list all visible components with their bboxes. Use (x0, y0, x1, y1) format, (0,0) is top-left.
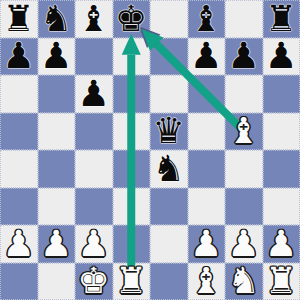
square-e8[interactable] (150, 0, 188, 38)
square-a5[interactable] (0, 113, 38, 151)
square-h5[interactable] (263, 113, 301, 151)
piece-black-bishop-c8[interactable]: ♝ (75, 0, 113, 38)
square-f5[interactable] (188, 113, 226, 151)
chess-board: ♜♞♝♚♝♜♟♟♟♟♟♟♛♝♞♟♟♟♟♟♟♚♜♝♞♜ (0, 0, 300, 300)
square-f3[interactable] (188, 188, 226, 226)
square-b3[interactable] (38, 188, 76, 226)
square-d4[interactable] (113, 150, 151, 188)
square-g6[interactable] (225, 75, 263, 113)
square-e6[interactable] (150, 75, 188, 113)
piece-black-pawn-a7[interactable]: ♟ (0, 38, 38, 76)
square-e7[interactable] (150, 38, 188, 76)
square-d6[interactable] (113, 75, 151, 113)
piece-black-pawn-g7[interactable]: ♟ (225, 38, 263, 76)
piece-black-queen-e5[interactable]: ♛ (150, 113, 188, 151)
piece-black-rook-a8[interactable]: ♜ (0, 0, 38, 38)
square-h6[interactable] (263, 75, 301, 113)
piece-white-knight-g1[interactable]: ♞ (225, 263, 263, 300)
square-g3[interactable] (225, 188, 263, 226)
piece-white-rook-h1[interactable]: ♜ (263, 263, 301, 300)
piece-white-pawn-c2[interactable]: ♟ (75, 225, 113, 263)
piece-white-pawn-a2[interactable]: ♟ (0, 225, 38, 263)
square-c4[interactable] (75, 150, 113, 188)
square-h4[interactable] (263, 150, 301, 188)
square-c5[interactable] (75, 113, 113, 151)
square-b5[interactable] (38, 113, 76, 151)
piece-black-pawn-b7[interactable]: ♟ (38, 38, 76, 76)
piece-white-bishop-g5[interactable]: ♝ (225, 113, 263, 151)
piece-black-pawn-f7[interactable]: ♟ (188, 38, 226, 76)
piece-white-pawn-b2[interactable]: ♟ (38, 225, 76, 263)
square-d5[interactable] (113, 113, 151, 151)
square-e2[interactable] (150, 225, 188, 263)
square-c7[interactable] (75, 38, 113, 76)
piece-white-bishop-f1[interactable]: ♝ (188, 263, 226, 300)
piece-black-king-d8[interactable]: ♚ (113, 0, 151, 38)
piece-white-pawn-g2[interactable]: ♟ (225, 225, 263, 263)
square-e3[interactable] (150, 188, 188, 226)
square-b1[interactable] (38, 263, 76, 300)
piece-black-knight-e4[interactable]: ♞ (150, 150, 188, 188)
square-b4[interactable] (38, 150, 76, 188)
square-d2[interactable] (113, 225, 151, 263)
piece-black-knight-b8[interactable]: ♞ (38, 0, 76, 38)
piece-black-bishop-f8[interactable]: ♝ (188, 0, 226, 38)
square-f4[interactable] (188, 150, 226, 188)
piece-black-pawn-c6[interactable]: ♟ (75, 75, 113, 113)
square-g4[interactable] (225, 150, 263, 188)
square-d7[interactable] (113, 38, 151, 76)
piece-white-pawn-f2[interactable]: ♟ (188, 225, 226, 263)
square-e1[interactable] (150, 263, 188, 300)
square-b6[interactable] (38, 75, 76, 113)
square-h3[interactable] (263, 188, 301, 226)
square-c3[interactable] (75, 188, 113, 226)
square-a3[interactable] (0, 188, 38, 226)
square-a4[interactable] (0, 150, 38, 188)
square-f6[interactable] (188, 75, 226, 113)
square-d3[interactable] (113, 188, 151, 226)
piece-black-rook-h8[interactable]: ♜ (263, 0, 301, 38)
piece-white-rook-d1[interactable]: ♜ (113, 263, 151, 300)
square-a1[interactable] (0, 263, 38, 300)
piece-black-pawn-h7[interactable]: ♟ (263, 38, 301, 76)
square-g8[interactable] (225, 0, 263, 38)
square-a6[interactable] (0, 75, 38, 113)
piece-white-king-c1[interactable]: ♚ (75, 263, 113, 300)
piece-white-pawn-h2[interactable]: ♟ (263, 225, 301, 263)
